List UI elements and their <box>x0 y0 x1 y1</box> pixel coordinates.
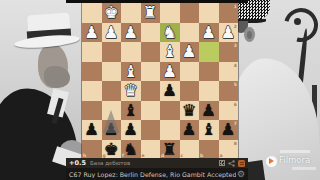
square-a4[interactable]: 4 <box>219 62 239 82</box>
rank-label-6: 6 <box>234 102 237 107</box>
white-knight[interactable]: ♞ <box>160 23 180 43</box>
right-player-photo: Filmora <box>238 0 320 180</box>
square-h5[interactable] <box>82 81 102 101</box>
rank-label-2: 2 <box>234 24 237 29</box>
square-e2[interactable] <box>141 23 161 43</box>
square-b6[interactable]: ♟ <box>199 101 219 121</box>
watermark: Filmora <box>266 148 320 178</box>
square-h8[interactable]: h <box>82 140 102 160</box>
square-h1[interactable] <box>82 3 102 23</box>
opening-name: C67 Ruy Lopez: Berlin Defense, Rio Gambi… <box>69 171 236 178</box>
watermark-smallprint-bottom <box>292 167 316 170</box>
gear-icon[interactable]: ⚙ <box>237 170 245 179</box>
iron-scroll-center <box>294 18 301 25</box>
square-d4[interactable]: ♟ <box>160 62 180 82</box>
square-f1[interactable] <box>121 3 141 23</box>
square-g3[interactable] <box>102 42 122 62</box>
square-b3[interactable] <box>199 42 219 62</box>
square-g1[interactable]: ♚ <box>102 3 122 23</box>
black-queen[interactable]: ♛ <box>180 101 200 121</box>
black-pawn[interactable]: ♟ <box>121 120 141 140</box>
black-pawn[interactable]: ♟ <box>82 120 102 140</box>
evaluation-bar-icons <box>219 160 245 167</box>
square-c4[interactable] <box>180 62 200 82</box>
square-b5[interactable] <box>199 81 219 101</box>
square-e3[interactable] <box>141 42 161 62</box>
evaluation-bar: +0.5 База дебютов <box>66 158 248 168</box>
black-pawn[interactable]: ♟ <box>180 120 200 140</box>
white-rook[interactable]: ♜ <box>141 3 161 23</box>
rank-label-8: 8 <box>234 141 237 146</box>
square-e1[interactable]: ♜ <box>141 3 161 23</box>
square-h6[interactable] <box>82 101 102 121</box>
filmora-logo-icon <box>266 156 277 167</box>
square-c7[interactable]: ♟ <box>180 120 200 140</box>
opening-bar: C67 Ruy Lopez: Berlin Defense, Rio Gambi… <box>66 168 248 180</box>
black-bishop[interactable]: ♝ <box>199 120 219 140</box>
right-man-ear-inner <box>247 31 252 39</box>
black-pawn[interactable]: ♟ <box>199 101 219 121</box>
rank-label-1: 1 <box>234 4 237 9</box>
opening-database-label: База дебютов <box>90 160 130 166</box>
square-c8[interactable]: c <box>180 140 200 160</box>
white-king[interactable]: ♚ <box>102 3 122 23</box>
iron-scroll <box>278 2 320 48</box>
white-pawn[interactable]: ♟ <box>102 23 122 43</box>
rank-label-5: 5 <box>234 82 237 87</box>
square-g4[interactable] <box>102 62 122 82</box>
square-a6[interactable]: 6 <box>219 101 239 121</box>
square-b4[interactable] <box>199 62 219 82</box>
left-player-photo <box>0 0 82 180</box>
square-f2[interactable]: ♟ <box>121 23 141 43</box>
white-queen[interactable]: ♛ <box>121 81 141 101</box>
square-e7[interactable] <box>141 120 161 140</box>
board-icon[interactable] <box>219 160 225 166</box>
square-g2[interactable]: ♟ <box>102 23 122 43</box>
rank-label-4: 4 <box>234 63 237 68</box>
black-pawn[interactable]: ♟ <box>160 81 180 101</box>
square-h3[interactable] <box>82 42 102 62</box>
square-a3[interactable]: 3 <box>219 42 239 62</box>
white-pawn[interactable]: ♟ <box>180 42 200 62</box>
square-h7[interactable]: ♟ <box>82 120 102 140</box>
square-f4[interactable]: ♝ <box>121 62 141 82</box>
square-c6[interactable]: ♛ <box>180 101 200 121</box>
square-b2[interactable]: ♟ <box>199 23 219 43</box>
square-e4[interactable] <box>141 62 161 82</box>
square-e8[interactable]: e <box>141 140 161 160</box>
square-a5[interactable]: 5 <box>219 81 239 101</box>
square-e5[interactable] <box>141 81 161 101</box>
white-pawn[interactable]: ♟ <box>82 23 102 43</box>
square-c2[interactable] <box>180 23 200 43</box>
square-c1[interactable] <box>180 3 200 23</box>
square-f3[interactable] <box>121 42 141 62</box>
square-a8[interactable]: 8a <box>219 140 239 160</box>
white-pawn[interactable]: ♟ <box>121 23 141 43</box>
square-d7[interactable] <box>160 120 180 140</box>
rank-label-3: 3 <box>234 43 237 48</box>
black-bishop[interactable]: ♝ <box>121 101 141 121</box>
share-icon[interactable] <box>228 160 235 167</box>
evaluation-value: +0.5 <box>69 159 86 167</box>
watermark-smallprint-top <box>280 150 310 153</box>
square-g8[interactable]: g♚ <box>102 140 122 160</box>
chess-board[interactable]: ♚♜1♟♟♟♞♟2♟♝♟3♝♟4♛♟5♝♛♟6♟♟♟♟♝7♟hg♚f♞ed♜cb… <box>82 3 238 159</box>
white-bishop[interactable]: ♝ <box>121 62 141 82</box>
square-d1[interactable] <box>160 3 180 23</box>
white-pawn[interactable]: ♟ <box>199 23 219 43</box>
square-c3[interactable]: ♟ <box>180 42 200 62</box>
square-d2[interactable]: ♞ <box>160 23 180 43</box>
square-b7[interactable]: ♝ <box>199 120 219 140</box>
square-h2[interactable]: ♟ <box>82 23 102 43</box>
square-f8[interactable]: f♞ <box>121 140 141 160</box>
square-b1[interactable] <box>199 3 219 23</box>
square-h4[interactable] <box>82 62 102 82</box>
square-a7[interactable]: 7♟ <box>219 120 239 140</box>
white-pawn[interactable]: ♟ <box>160 62 180 82</box>
square-d3[interactable]: ♝ <box>160 42 180 62</box>
square-a1[interactable]: 1 <box>219 3 239 23</box>
left-man-beard <box>44 66 70 88</box>
square-d8[interactable]: d♜ <box>160 140 180 160</box>
square-g5[interactable] <box>102 81 122 101</box>
watermark-text: Filmora <box>279 155 310 165</box>
rank-label-7: 7 <box>234 121 237 126</box>
premium-icon[interactable] <box>238 160 245 167</box>
square-d5[interactable]: ♟ <box>160 81 180 101</box>
square-e6[interactable] <box>141 101 161 121</box>
square-a2[interactable]: 2♟ <box>219 23 239 43</box>
square-b8[interactable]: b <box>199 140 219 160</box>
video-frame: Filmora ♚♜1♟♟♟♞♟2♟♝♟3♝♟4♛♟5♝♛♟6♟♟♟♟♝7♟hg… <box>0 0 320 180</box>
square-c5[interactable] <box>180 81 200 101</box>
square-f7[interactable]: ♟ <box>121 120 141 140</box>
white-bishop[interactable]: ♝ <box>160 42 180 62</box>
square-f6[interactable]: ♝ <box>121 101 141 121</box>
square-d6[interactable] <box>160 101 180 121</box>
square-f5[interactable]: ♛ <box>121 81 141 101</box>
